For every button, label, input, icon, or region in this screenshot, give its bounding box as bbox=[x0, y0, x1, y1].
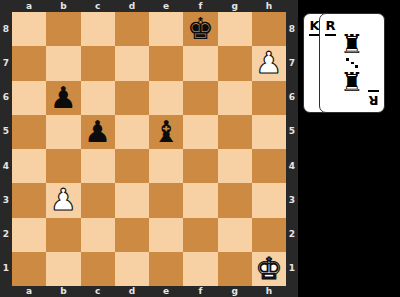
rank-label-2: 2 bbox=[286, 218, 298, 252]
square-g4[interactable] bbox=[218, 149, 252, 183]
square-b8[interactable] bbox=[46, 12, 80, 46]
file-label-c: c bbox=[81, 286, 115, 297]
square-d8[interactable] bbox=[115, 12, 149, 46]
square-h1[interactable]: ♚ bbox=[252, 252, 286, 286]
square-g5[interactable] bbox=[218, 115, 252, 149]
square-h3[interactable] bbox=[252, 183, 286, 217]
square-a7[interactable] bbox=[12, 46, 46, 80]
rank-label-4: 4 bbox=[286, 149, 298, 183]
rank-label-7: 7 bbox=[0, 46, 12, 80]
file-label-g: g bbox=[218, 286, 252, 297]
square-d1[interactable] bbox=[115, 252, 149, 286]
square-d5[interactable] bbox=[115, 115, 149, 149]
square-c2[interactable] bbox=[81, 218, 115, 252]
move-trail-dots bbox=[344, 58, 360, 68]
square-f3[interactable] bbox=[183, 183, 217, 217]
square-c7[interactable] bbox=[81, 46, 115, 80]
rank-label-7: 7 bbox=[286, 46, 298, 80]
file-label-b: b bbox=[46, 286, 80, 297]
square-e8[interactable] bbox=[149, 12, 183, 46]
square-h2[interactable] bbox=[252, 218, 286, 252]
square-e4[interactable] bbox=[149, 149, 183, 183]
square-c1[interactable] bbox=[81, 252, 115, 286]
file-labels-bottom: abcdefgh bbox=[12, 286, 286, 297]
square-c4[interactable] bbox=[81, 149, 115, 183]
rank-label-1: 1 bbox=[286, 252, 298, 286]
square-f7[interactable] bbox=[183, 46, 217, 80]
board-frame: abcdefgh abcdefgh 87654321 87654321 ♚♟♟♟… bbox=[0, 0, 298, 297]
square-a4[interactable] bbox=[12, 149, 46, 183]
black-pawn-piece[interactable]: ♟ bbox=[50, 83, 77, 113]
rank-label-4: 4 bbox=[0, 149, 12, 183]
file-label-c: c bbox=[81, 0, 115, 12]
square-a5[interactable] bbox=[12, 115, 46, 149]
square-e2[interactable] bbox=[149, 218, 183, 252]
file-label-g: g bbox=[218, 0, 252, 12]
rook-card[interactable]: R ♜ ♜ R bbox=[319, 13, 385, 113]
square-b2[interactable] bbox=[46, 218, 80, 252]
square-g7[interactable] bbox=[218, 46, 252, 80]
square-g6[interactable] bbox=[218, 81, 252, 115]
white-king-piece[interactable]: ♚ bbox=[255, 254, 282, 284]
file-label-e: e bbox=[149, 0, 183, 12]
square-h5[interactable] bbox=[252, 115, 286, 149]
square-f2[interactable] bbox=[183, 218, 217, 252]
white-pawn-piece[interactable]: ♟ bbox=[50, 185, 77, 215]
square-b6[interactable]: ♟ bbox=[46, 81, 80, 115]
square-c5[interactable]: ♟ bbox=[81, 115, 115, 149]
square-a8[interactable] bbox=[12, 12, 46, 46]
rank-label-1: 1 bbox=[0, 252, 12, 286]
square-h8[interactable] bbox=[252, 12, 286, 46]
rank-label-6: 6 bbox=[0, 81, 12, 115]
file-label-h: h bbox=[252, 286, 286, 297]
file-label-a: a bbox=[12, 0, 46, 12]
file-label-a: a bbox=[12, 286, 46, 297]
white-pawn-piece[interactable]: ♟ bbox=[255, 48, 282, 78]
rank-labels-left: 87654321 bbox=[0, 12, 12, 286]
square-g1[interactable] bbox=[218, 252, 252, 286]
rank-label-3: 3 bbox=[0, 183, 12, 217]
rook-card-index-rotated: R bbox=[368, 90, 379, 107]
rank-labels-right: 87654321 bbox=[286, 12, 298, 286]
file-label-b: b bbox=[46, 0, 80, 12]
square-b1[interactable] bbox=[46, 252, 80, 286]
square-e3[interactable] bbox=[149, 183, 183, 217]
rank-label-5: 5 bbox=[286, 115, 298, 149]
black-pawn-piece[interactable]: ♟ bbox=[84, 117, 111, 147]
square-e6[interactable] bbox=[149, 81, 183, 115]
file-label-d: d bbox=[115, 286, 149, 297]
file-label-f: f bbox=[183, 286, 217, 297]
square-h4[interactable] bbox=[252, 149, 286, 183]
square-f5[interactable] bbox=[183, 115, 217, 149]
square-b3[interactable]: ♟ bbox=[46, 183, 80, 217]
square-e7[interactable] bbox=[149, 46, 183, 80]
rook-card-face: ♜ ♜ bbox=[320, 31, 384, 95]
rank-label-8: 8 bbox=[0, 12, 12, 46]
rank-label-8: 8 bbox=[286, 12, 298, 46]
rank-label-6: 6 bbox=[286, 81, 298, 115]
square-b4[interactable] bbox=[46, 149, 80, 183]
square-c8[interactable] bbox=[81, 12, 115, 46]
square-e5[interactable]: ♝ bbox=[149, 115, 183, 149]
chess-board: ♚♟♟♟♝♟♚ bbox=[12, 12, 286, 286]
square-h6[interactable] bbox=[252, 81, 286, 115]
black-bishop-piece[interactable]: ♝ bbox=[153, 117, 180, 147]
square-g8[interactable] bbox=[218, 12, 252, 46]
file-labels-top: abcdefgh bbox=[12, 0, 286, 12]
square-h7[interactable]: ♟ bbox=[252, 46, 286, 80]
black-king-piece[interactable]: ♚ bbox=[187, 14, 214, 44]
square-a1[interactable] bbox=[12, 252, 46, 286]
square-f8[interactable]: ♚ bbox=[183, 12, 217, 46]
square-d6[interactable] bbox=[115, 81, 149, 115]
square-g2[interactable] bbox=[218, 218, 252, 252]
rank-label-5: 5 bbox=[0, 115, 12, 149]
square-c6[interactable] bbox=[81, 81, 115, 115]
square-b7[interactable] bbox=[46, 46, 80, 80]
file-label-e: e bbox=[149, 286, 183, 297]
black-rook-icon: ♜ bbox=[340, 69, 363, 95]
square-b5[interactable] bbox=[46, 115, 80, 149]
black-rook-icon: ♜ bbox=[340, 31, 363, 57]
rank-label-3: 3 bbox=[286, 183, 298, 217]
square-f1[interactable] bbox=[183, 252, 217, 286]
square-d4[interactable] bbox=[115, 149, 149, 183]
file-label-d: d bbox=[115, 0, 149, 12]
square-f6[interactable] bbox=[183, 81, 217, 115]
square-d3[interactable] bbox=[115, 183, 149, 217]
square-f4[interactable] bbox=[183, 149, 217, 183]
square-a2[interactable] bbox=[12, 218, 46, 252]
square-d2[interactable] bbox=[115, 218, 149, 252]
rook-card-letter: R bbox=[369, 93, 379, 108]
app-screen: abcdefgh abcdefgh 87654321 87654321 ♚♟♟♟… bbox=[0, 0, 400, 297]
square-a3[interactable] bbox=[12, 183, 46, 217]
square-e1[interactable] bbox=[149, 252, 183, 286]
rank-label-2: 2 bbox=[0, 218, 12, 252]
square-c3[interactable] bbox=[81, 183, 115, 217]
file-label-h: h bbox=[252, 0, 286, 12]
square-g3[interactable] bbox=[218, 183, 252, 217]
square-a6[interactable] bbox=[12, 81, 46, 115]
square-d7[interactable] bbox=[115, 46, 149, 80]
